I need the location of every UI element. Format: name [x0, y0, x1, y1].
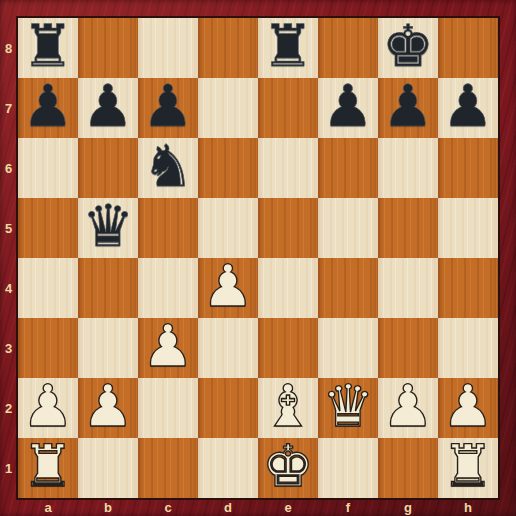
square-a6[interactable] [18, 138, 78, 198]
square-d4[interactable]: ♟ [198, 258, 258, 318]
square-c2[interactable] [138, 378, 198, 438]
square-d6[interactable] [198, 138, 258, 198]
square-e7[interactable] [258, 78, 318, 138]
square-b7[interactable]: ♟ [78, 78, 138, 138]
square-h8[interactable] [438, 18, 498, 78]
square-d3[interactable] [198, 318, 258, 378]
piece-white-pawn[interactable]: ♟ [142, 318, 194, 375]
piece-black-pawn[interactable]: ♟ [442, 78, 494, 135]
square-b2[interactable]: ♟ [78, 378, 138, 438]
square-e4[interactable] [258, 258, 318, 318]
square-a4[interactable] [18, 258, 78, 318]
rank-label-6: 6 [0, 138, 17, 198]
file-label-g: g [378, 498, 438, 516]
piece-white-pawn[interactable]: ♟ [22, 378, 74, 435]
square-f6[interactable] [318, 138, 378, 198]
chess-board: 87654321 abcdefgh ♜♜♚♟♟♟♟♟♟♞♛♟♟♟♟♝♛♟♟♜♚♜ [0, 0, 516, 516]
piece-white-pawn[interactable]: ♟ [382, 378, 434, 435]
square-b4[interactable] [78, 258, 138, 318]
square-d2[interactable] [198, 378, 258, 438]
piece-black-king[interactable]: ♚ [382, 18, 434, 75]
square-a1[interactable]: ♜ [18, 438, 78, 498]
piece-white-queen[interactable]: ♛ [322, 378, 374, 435]
square-e3[interactable] [258, 318, 318, 378]
square-d5[interactable] [198, 198, 258, 258]
piece-black-pawn[interactable]: ♟ [142, 78, 194, 135]
rank-label-8: 8 [0, 18, 17, 78]
square-c8[interactable] [138, 18, 198, 78]
square-h5[interactable] [438, 198, 498, 258]
square-c1[interactable] [138, 438, 198, 498]
square-h3[interactable] [438, 318, 498, 378]
square-d8[interactable] [198, 18, 258, 78]
square-g6[interactable] [378, 138, 438, 198]
rank-label-2: 2 [0, 378, 17, 438]
piece-black-rook[interactable]: ♜ [22, 18, 74, 75]
piece-white-bishop[interactable]: ♝ [262, 378, 314, 435]
square-d1[interactable] [198, 438, 258, 498]
square-g4[interactable] [378, 258, 438, 318]
file-label-a: a [18, 498, 78, 516]
square-b5[interactable]: ♛ [78, 198, 138, 258]
square-f5[interactable] [318, 198, 378, 258]
piece-white-pawn[interactable]: ♟ [82, 378, 134, 435]
square-b8[interactable] [78, 18, 138, 78]
file-label-c: c [138, 498, 198, 516]
rank-label-3: 3 [0, 318, 17, 378]
square-g8[interactable]: ♚ [378, 18, 438, 78]
square-h7[interactable]: ♟ [438, 78, 498, 138]
square-f3[interactable] [318, 318, 378, 378]
rank-label-1: 1 [0, 438, 17, 498]
piece-black-pawn[interactable]: ♟ [322, 78, 374, 135]
piece-black-pawn[interactable]: ♟ [382, 78, 434, 135]
square-b6[interactable] [78, 138, 138, 198]
piece-white-king[interactable]: ♚ [262, 438, 314, 495]
square-f4[interactable] [318, 258, 378, 318]
square-f8[interactable] [318, 18, 378, 78]
piece-black-pawn[interactable]: ♟ [22, 78, 74, 135]
square-a2[interactable]: ♟ [18, 378, 78, 438]
square-e5[interactable] [258, 198, 318, 258]
square-g3[interactable] [378, 318, 438, 378]
square-a8[interactable]: ♜ [18, 18, 78, 78]
square-g1[interactable] [378, 438, 438, 498]
rank-label-7: 7 [0, 78, 17, 138]
square-d7[interactable] [198, 78, 258, 138]
square-f7[interactable]: ♟ [318, 78, 378, 138]
square-g5[interactable] [378, 198, 438, 258]
square-c7[interactable]: ♟ [138, 78, 198, 138]
piece-white-rook[interactable]: ♜ [22, 438, 74, 495]
square-h2[interactable]: ♟ [438, 378, 498, 438]
square-c4[interactable] [138, 258, 198, 318]
file-label-h: h [438, 498, 498, 516]
piece-black-pawn[interactable]: ♟ [82, 78, 134, 135]
square-g7[interactable]: ♟ [378, 78, 438, 138]
square-f1[interactable] [318, 438, 378, 498]
square-e1[interactable]: ♚ [258, 438, 318, 498]
square-c5[interactable] [138, 198, 198, 258]
square-a5[interactable] [18, 198, 78, 258]
rank-label-5: 5 [0, 198, 17, 258]
square-h1[interactable]: ♜ [438, 438, 498, 498]
piece-white-pawn[interactable]: ♟ [202, 258, 254, 315]
square-f2[interactable]: ♛ [318, 378, 378, 438]
file-label-f: f [318, 498, 378, 516]
square-g2[interactable]: ♟ [378, 378, 438, 438]
square-h4[interactable] [438, 258, 498, 318]
square-b1[interactable] [78, 438, 138, 498]
square-h6[interactable] [438, 138, 498, 198]
piece-black-queen[interactable]: ♛ [82, 198, 134, 255]
file-label-d: d [198, 498, 258, 516]
file-label-e: e [258, 498, 318, 516]
piece-white-pawn[interactable]: ♟ [442, 378, 494, 435]
file-label-b: b [78, 498, 138, 516]
board-grid: ♜♜♚♟♟♟♟♟♟♞♛♟♟♟♟♝♛♟♟♜♚♜ [18, 18, 498, 498]
square-a3[interactable] [18, 318, 78, 378]
rank-labels: 87654321 [0, 18, 17, 498]
piece-white-rook[interactable]: ♜ [442, 438, 494, 495]
square-e2[interactable]: ♝ [258, 378, 318, 438]
rank-label-4: 4 [0, 258, 17, 318]
piece-black-knight[interactable]: ♞ [142, 138, 194, 195]
square-e6[interactable] [258, 138, 318, 198]
square-a7[interactable]: ♟ [18, 78, 78, 138]
piece-black-rook[interactable]: ♜ [262, 18, 314, 75]
square-c6[interactable]: ♞ [138, 138, 198, 198]
square-e8[interactable]: ♜ [258, 18, 318, 78]
square-c3[interactable]: ♟ [138, 318, 198, 378]
file-labels: abcdefgh [18, 498, 498, 516]
square-b3[interactable] [78, 318, 138, 378]
